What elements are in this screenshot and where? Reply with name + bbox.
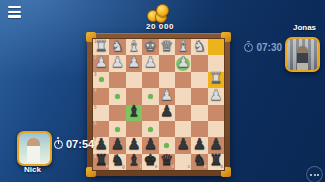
square-g5[interactable]: [109, 105, 125, 121]
legal-move-dot: [164, 143, 169, 148]
white-king: ♚: [144, 38, 157, 53]
more-options-button[interactable]: [306, 166, 323, 182]
black-pawn: ♟: [209, 137, 222, 152]
black-pawn: ♟: [111, 137, 124, 152]
opponent-photo: [287, 39, 318, 70]
square-f2[interactable]: ♟: [126, 55, 142, 71]
player-clock: 07:54: [54, 138, 94, 150]
white-pawn: ♟: [160, 87, 173, 102]
chess-board: ♜1♞♝♚♛♝♞♟2♟♟♟♟3♜4♟♟5♝♟6♟7♟♟♟♟♟♟♜8h♞g♝f♚e…: [92, 38, 225, 171]
black-pawn: ♟: [94, 137, 107, 152]
file-label: c: [188, 165, 191, 170]
square-b4[interactable]: [191, 88, 207, 104]
white-rook: ♜: [209, 71, 222, 86]
chess-board-frame: ♜1♞♝♚♛♝♞♟2♟♟♟♟3♜4♟♟5♝♟6♟7♟♟♟♟♟♟♜8h♞g♝f♚e…: [87, 33, 230, 176]
square-h3[interactable]: 3: [93, 72, 109, 88]
black-pawn: ♟: [160, 104, 173, 119]
player-avatar[interactable]: [17, 131, 52, 166]
white-pawn: ♟: [209, 87, 222, 102]
square-a8[interactable]: ♜a: [208, 154, 224, 170]
square-b2[interactable]: [191, 55, 207, 71]
legal-move-dot: [115, 127, 120, 132]
square-c3[interactable]: [175, 72, 191, 88]
white-bishop: ♝: [176, 38, 189, 53]
square-c2[interactable]: ♟: [175, 55, 191, 71]
square-h5[interactable]: 5: [93, 105, 109, 121]
square-a1[interactable]: [208, 39, 224, 55]
opponent-clock: 07:30: [238, 42, 282, 53]
rank-label: 5: [94, 106, 97, 111]
opponent-name: Jonas: [285, 23, 324, 32]
black-pawn: ♟: [127, 137, 140, 152]
square-c8[interactable]: c: [175, 154, 191, 170]
white-pawn: ♟: [176, 55, 189, 70]
white-knight: ♞: [193, 38, 206, 53]
black-pawn: ♟: [176, 137, 189, 152]
black-bishop: ♝: [127, 153, 140, 168]
black-knight: ♞: [193, 153, 206, 168]
black-pawn: ♟: [144, 137, 157, 152]
legal-move-dot: [115, 94, 120, 99]
opponent-clock-time: 07:30: [256, 42, 282, 53]
square-g3[interactable]: [109, 72, 125, 88]
square-f5[interactable]: ♝: [126, 105, 142, 121]
stopwatch-icon: [54, 140, 63, 149]
rank-label: 4: [94, 89, 97, 94]
square-g2[interactable]: ♟: [109, 55, 125, 71]
white-bishop: ♝: [127, 38, 140, 53]
coins-icon: [130, 2, 190, 22]
legal-move-dot: [99, 77, 104, 82]
square-h8[interactable]: ♜8h: [93, 154, 109, 170]
black-rook: ♜: [209, 153, 222, 168]
square-h4[interactable]: 4: [93, 88, 109, 104]
white-pawn: ♟: [144, 55, 157, 70]
game-screen: 20 000 ♜1♞♝♚♛♝♞♟2♟♟♟♟3♜4♟♟5♝♟6♟7♟♟♟♟♟♟♜8…: [0, 0, 325, 182]
rank-label: 6: [94, 122, 97, 127]
square-d1[interactable]: ♛: [159, 39, 175, 55]
square-e4[interactable]: [142, 88, 158, 104]
white-queen: ♛: [160, 38, 173, 53]
black-bishop: ♝: [127, 104, 140, 119]
black-king: ♚: [144, 153, 157, 168]
square-b5[interactable]: [191, 105, 207, 121]
black-queen: ♛: [160, 153, 173, 168]
square-c7[interactable]: ♟: [175, 137, 191, 153]
black-knight: ♞: [111, 153, 124, 168]
square-f8[interactable]: ♝f: [126, 154, 142, 170]
square-a4[interactable]: ♟: [208, 88, 224, 104]
coin-amount-label: 20 000: [130, 22, 190, 31]
hamburger-menu-icon[interactable]: [8, 6, 21, 18]
coin-balance[interactable]: 20 000: [130, 2, 190, 31]
square-b3[interactable]: [191, 72, 207, 88]
player-clock-time: 07:54: [66, 138, 94, 150]
square-d8[interactable]: ♛d: [159, 154, 175, 170]
square-b8[interactable]: ♞b: [191, 154, 207, 170]
square-b1[interactable]: ♞: [191, 39, 207, 55]
legal-move-dot: [148, 94, 153, 99]
square-e3[interactable]: [142, 72, 158, 88]
white-pawn: ♟: [127, 55, 140, 70]
square-e5[interactable]: [142, 105, 158, 121]
black-rook: ♜: [94, 153, 107, 168]
black-pawn: ♟: [193, 137, 206, 152]
white-knight: ♞: [111, 38, 124, 53]
white-rook: ♜: [94, 38, 107, 53]
square-d6[interactable]: [159, 121, 175, 137]
opponent-avatar[interactable]: [285, 37, 320, 72]
white-pawn: ♟: [111, 55, 124, 70]
square-c5[interactable]: [175, 105, 191, 121]
square-d5[interactable]: ♟: [159, 105, 175, 121]
square-d2[interactable]: [159, 55, 175, 71]
legal-move-dot: [148, 127, 153, 132]
square-f3[interactable]: [126, 72, 142, 88]
square-e2[interactable]: ♟: [142, 55, 158, 71]
square-c4[interactable]: [175, 88, 191, 104]
rank-label: 3: [94, 73, 97, 78]
square-g4[interactable]: [109, 88, 125, 104]
white-pawn: ♟: [94, 55, 107, 70]
square-h2[interactable]: ♟2: [93, 55, 109, 71]
square-e8[interactable]: ♚e: [142, 154, 158, 170]
square-g8[interactable]: ♞g: [109, 154, 125, 170]
stopwatch-icon: [244, 43, 253, 52]
player-photo: [19, 133, 50, 164]
square-a5[interactable]: [208, 105, 224, 121]
player-name: Nick: [13, 165, 52, 174]
